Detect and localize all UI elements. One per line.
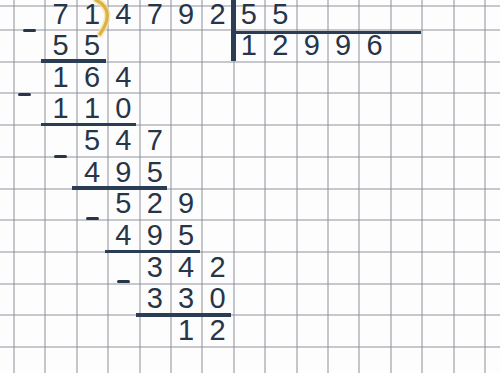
digit-r5c5: 5 — [139, 156, 170, 188]
digit-r7c5: 9 — [139, 220, 170, 252]
digit-r3c3: 1 — [76, 93, 107, 125]
minus-sign-r8 — [117, 280, 130, 283]
subtraction-line-495a — [72, 186, 167, 190]
digit-r6c6: 9 — [170, 188, 201, 220]
digit-r0c7: 2 — [202, 0, 233, 30]
digit-r1c11: 9 — [327, 30, 358, 62]
digit-r7c4: 4 — [108, 220, 139, 252]
digit-r1c2: 5 — [45, 30, 76, 62]
digit-r0c3: 1 — [76, 0, 107, 30]
subtraction-line-55 — [41, 59, 106, 63]
digit-r5c3: 4 — [76, 156, 107, 188]
screenshot-root: 7147925555129961641105474955294953423301… — [0, 0, 500, 373]
divisor-quotient-separator-line — [234, 31, 420, 35]
digit-r0c6: 9 — [170, 0, 201, 30]
digit-r3c4: 0 — [108, 93, 139, 125]
minus-sign-r2 — [18, 93, 31, 96]
digit-r4c3: 5 — [76, 125, 107, 157]
digit-r1c10: 9 — [296, 30, 327, 62]
digit-r10c6: 1 — [170, 315, 201, 347]
digit-r1c9: 2 — [265, 30, 296, 62]
minus-sign-r6 — [86, 217, 99, 220]
digit-r1c3: 5 — [76, 30, 107, 62]
digit-r9c5: 3 — [139, 283, 170, 315]
digit-r6c4: 5 — [108, 188, 139, 220]
dividend-divisor-separator-line — [231, 0, 236, 61]
digit-r10c7: 2 — [202, 315, 233, 347]
digit-r5c4: 9 — [108, 156, 139, 188]
digit-r4c4: 4 — [108, 125, 139, 157]
digit-r9c6: 3 — [170, 283, 201, 315]
minus-sign-r0 — [23, 29, 36, 32]
digit-r1c8: 1 — [233, 30, 264, 62]
digit-r2c4: 4 — [108, 61, 139, 93]
digit-r0c4: 4 — [108, 0, 139, 30]
digit-r0c9: 5 — [265, 0, 296, 30]
digit-r8c5: 3 — [139, 251, 170, 283]
digit-r9c7: 0 — [202, 283, 233, 315]
digit-r2c2: 1 — [45, 61, 76, 93]
digit-r8c6: 4 — [170, 251, 201, 283]
minus-sign-r4 — [54, 155, 67, 158]
digit-r8c7: 2 — [202, 251, 233, 283]
digit-r7c6: 5 — [170, 220, 201, 252]
digit-r0c5: 7 — [139, 0, 170, 30]
digit-r3c2: 1 — [45, 93, 76, 125]
subtraction-line-110 — [41, 123, 136, 127]
digit-r0c8: 5 — [233, 0, 264, 30]
digit-r2c3: 6 — [76, 61, 107, 93]
digit-r4c5: 7 — [139, 125, 170, 157]
subtraction-line-330 — [136, 313, 231, 317]
digit-r1c12: 6 — [359, 30, 390, 62]
subtraction-line-495b — [105, 250, 200, 254]
digit-r0c2: 7 — [45, 0, 76, 30]
digit-r6c5: 2 — [139, 188, 170, 220]
